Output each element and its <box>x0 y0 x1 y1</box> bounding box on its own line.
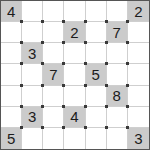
empty-cell-r3c3[interactable] <box>43 43 64 64</box>
empty-cell-r7c4[interactable] <box>64 128 85 149</box>
empty-cell-r2c3[interactable] <box>43 22 64 43</box>
empty-cell-r5c5[interactable] <box>86 86 107 107</box>
empty-cell-r6c6[interactable] <box>107 107 128 128</box>
empty-cell-r3c1[interactable] <box>1 43 22 64</box>
empty-cell-r7c2[interactable] <box>22 128 43 149</box>
puzzle-board: 422737583453 <box>0 0 150 150</box>
empty-cell-r3c7[interactable] <box>128 43 149 64</box>
empty-cell-r4c1[interactable] <box>1 64 22 85</box>
empty-cell-r2c7[interactable] <box>128 22 149 43</box>
empty-cell-r5c4[interactable] <box>64 86 85 107</box>
empty-cell-r3c6[interactable] <box>107 43 128 64</box>
given-cell-r7c7: 3 <box>128 128 149 149</box>
given-cell-r4c5: 5 <box>86 64 107 85</box>
given-cell-r2c6: 7 <box>107 22 128 43</box>
given-cell-r7c1: 5 <box>1 128 22 149</box>
empty-cell-r4c7[interactable] <box>128 64 149 85</box>
empty-cell-r4c4[interactable] <box>64 64 85 85</box>
empty-cell-r1c3[interactable] <box>43 1 64 22</box>
given-cell-r6c4: 4 <box>64 107 85 128</box>
empty-cell-r3c5[interactable] <box>86 43 107 64</box>
empty-cell-r2c1[interactable] <box>1 22 22 43</box>
empty-cell-r5c3[interactable] <box>43 86 64 107</box>
empty-cell-r1c4[interactable] <box>64 1 85 22</box>
empty-cell-r1c5[interactable] <box>86 1 107 22</box>
empty-cell-r4c6[interactable] <box>107 64 128 85</box>
empty-cell-r2c5[interactable] <box>86 22 107 43</box>
empty-cell-r7c3[interactable] <box>43 128 64 149</box>
given-cell-r6c2: 3 <box>22 107 43 128</box>
empty-cell-r5c7[interactable] <box>128 86 149 107</box>
empty-cell-r7c5[interactable] <box>86 128 107 149</box>
empty-cell-r1c6[interactable] <box>107 1 128 22</box>
given-cell-r4c3: 7 <box>43 64 64 85</box>
given-cell-r1c1: 4 <box>1 1 22 22</box>
empty-cell-r6c1[interactable] <box>1 107 22 128</box>
empty-cell-r5c2[interactable] <box>22 86 43 107</box>
empty-cell-r4c2[interactable] <box>22 64 43 85</box>
empty-cell-r5c1[interactable] <box>1 86 22 107</box>
empty-cell-r2c2[interactable] <box>22 22 43 43</box>
empty-cell-r1c2[interactable] <box>22 1 43 22</box>
given-cell-r3c2: 3 <box>22 43 43 64</box>
empty-cell-r6c7[interactable] <box>128 107 149 128</box>
empty-cell-r6c3[interactable] <box>43 107 64 128</box>
empty-cell-r7c6[interactable] <box>107 128 128 149</box>
given-cell-r2c4: 2 <box>64 22 85 43</box>
empty-cell-r3c4[interactable] <box>64 43 85 64</box>
given-cell-r5c6: 8 <box>107 86 128 107</box>
given-cell-r1c7: 2 <box>128 1 149 22</box>
empty-cell-r6c5[interactable] <box>86 107 107 128</box>
